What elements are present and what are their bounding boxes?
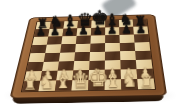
- square-e5[interactable]: [90, 43, 105, 52]
- piece-black-pawn[interactable]: ♟: [119, 24, 134, 36]
- square-e6[interactable]: [90, 35, 105, 43]
- square-c7[interactable]: ♟: [62, 28, 77, 36]
- square-g1[interactable]: ♞: [121, 79, 138, 90]
- piece-black-pawn[interactable]: ♟: [91, 24, 106, 36]
- square-e4[interactable]: [90, 52, 105, 61]
- square-c6[interactable]: [61, 36, 76, 44]
- square-h1[interactable]: ♜: [137, 79, 155, 90]
- square-a5[interactable]: [30, 45, 46, 54]
- square-d4[interactable]: [74, 52, 90, 61]
- square-e7[interactable]: ♟: [91, 28, 105, 36]
- square-g7[interactable]: ♟: [119, 27, 134, 35]
- piece-white-bishop[interactable]: ♝: [54, 72, 71, 91]
- piece-white-rook[interactable]: ♜: [138, 74, 155, 90]
- piece-white-knight[interactable]: ♞: [121, 72, 138, 90]
- square-e1[interactable]: ♚: [88, 80, 105, 91]
- square-c4[interactable]: [59, 52, 75, 61]
- square-f1[interactable]: ♝: [105, 79, 122, 90]
- square-b5[interactable]: [45, 44, 61, 53]
- square-c1[interactable]: ♝: [55, 80, 72, 91]
- square-h7[interactable]: ♟: [133, 27, 148, 35]
- square-f5[interactable]: [105, 43, 120, 52]
- square-f4[interactable]: [105, 51, 120, 60]
- piece-white-king[interactable]: ♚: [87, 67, 104, 91]
- piece-black-pawn[interactable]: ♟: [62, 25, 76, 37]
- piece-black-pawn[interactable]: ♟: [34, 26, 48, 38]
- square-h5[interactable]: [134, 42, 150, 51]
- piece-white-knight[interactable]: ♞: [38, 74, 55, 92]
- board-field: ♜♞♝♛♚♝♞♜♟♟♟♟♟♟♟♟♟♟♟♟♟♟♟♟♜♞♝♛♚♝♞♜: [21, 19, 156, 92]
- board-frame: ♜♞♝♛♚♝♞♜♟♟♟♟♟♟♟♟♟♟♟♟♟♟♟♟♜♞♝♛♚♝♞♜: [9, 14, 167, 99]
- chess-photo-stage: ♜♞♝♛♚♝♞♜♟♟♟♟♟♟♟♟♟♟♟♟♟♟♟♟♜♞♝♛♚♝♞♜: [0, 0, 180, 104]
- square-f7[interactable]: ♟: [105, 27, 119, 35]
- square-g4[interactable]: [120, 51, 136, 60]
- square-d1[interactable]: ♛: [71, 80, 88, 91]
- piece-black-pawn[interactable]: ♟: [48, 25, 62, 37]
- square-b7[interactable]: ♟: [48, 29, 63, 37]
- piece-white-bishop[interactable]: ♝: [104, 71, 121, 90]
- square-b4[interactable]: [44, 53, 60, 62]
- piece-black-pawn[interactable]: ♟: [134, 23, 149, 35]
- piece-black-pawn[interactable]: ♟: [76, 25, 91, 37]
- square-d7[interactable]: ♟: [77, 28, 92, 36]
- square-c5[interactable]: [60, 44, 76, 53]
- square-g5[interactable]: [120, 43, 135, 52]
- square-d5[interactable]: [75, 44, 90, 53]
- square-h4[interactable]: [135, 51, 151, 60]
- piece-white-rook[interactable]: ♜: [22, 76, 39, 92]
- piece-white-queen[interactable]: ♛: [71, 70, 88, 91]
- perspective-wrapper: ♜♞♝♛♚♝♞♜♟♟♟♟♟♟♟♟♟♟♟♟♟♟♟♟♜♞♝♛♚♝♞♜: [18, 0, 161, 104]
- piece-black-pawn[interactable]: ♟: [105, 24, 120, 36]
